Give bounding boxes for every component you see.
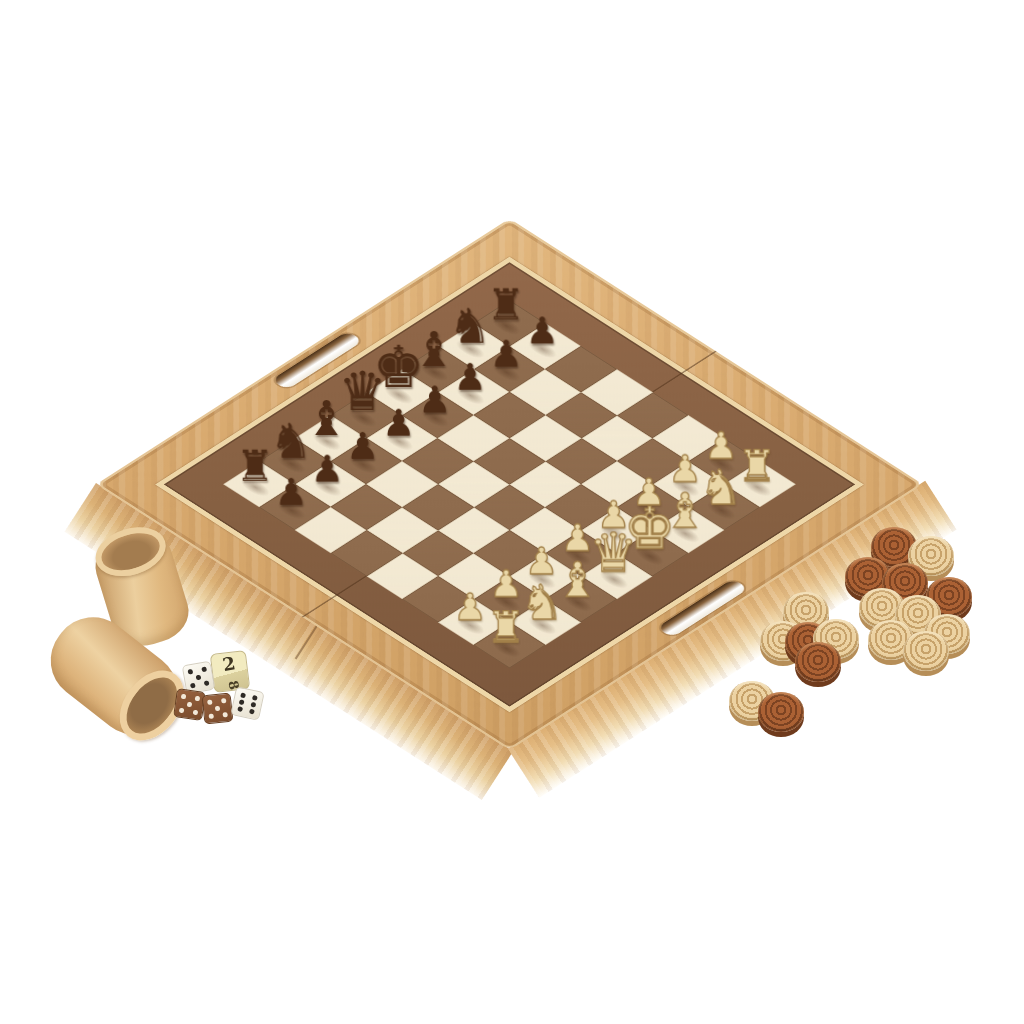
die-pip [238, 699, 244, 705]
die-pip [221, 698, 226, 703]
die-pip [188, 669, 194, 675]
dice-cup-rim [89, 519, 171, 584]
die-pip [181, 694, 187, 700]
die-pip [215, 706, 220, 711]
die-pip [222, 712, 227, 717]
doubling-cube-top-value: 2 [221, 652, 237, 675]
die-pip [237, 706, 243, 712]
brown-checker[interactable] [795, 642, 841, 682]
brown-die-5[interactable] [173, 688, 206, 721]
product-photo-stage: ♜♟♟♜♞♟♟♞♝♟♟♝♚♟♟♚♛♟♟♛♝♟♟♝♞♟♟♞♜♟♟♜ 2 8 [0, 0, 1024, 1024]
die-pip [179, 707, 185, 713]
die-pip [192, 709, 198, 715]
die-pip [203, 680, 209, 686]
brown-checker[interactable] [758, 692, 804, 732]
die-pip [249, 709, 255, 715]
die-pip [240, 692, 246, 698]
doubling-cube[interactable]: 2 8 [210, 650, 250, 693]
die-pip [252, 695, 258, 701]
die-pip [251, 702, 257, 708]
die-pip [201, 667, 207, 673]
accessories-layer: 2 8 [0, 0, 1024, 1024]
white-die-6[interactable] [230, 686, 264, 720]
die-pip [194, 696, 200, 702]
die-pip [207, 700, 212, 705]
brown-die-5[interactable] [202, 693, 234, 725]
die-pip [209, 713, 214, 718]
natural-checker[interactable] [903, 631, 949, 671]
die-pip [187, 702, 193, 708]
die-pip [190, 682, 196, 688]
die-pip [196, 675, 202, 681]
